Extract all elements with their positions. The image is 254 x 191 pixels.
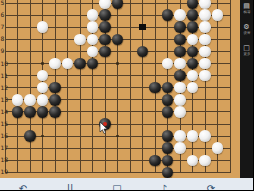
sidebar-item-settings[interactable]: ⚙ 设置	[240, 23, 254, 38]
black-stone	[187, 21, 199, 33]
black-stone	[37, 106, 49, 118]
row-coordinate-label: 5	[1, 0, 5, 6]
sidebar-item-label: 更多	[243, 52, 250, 56]
black-stone	[162, 167, 174, 179]
black-stone	[174, 70, 186, 82]
white-stone	[187, 70, 199, 82]
white-stone	[187, 34, 199, 46]
black-stone	[24, 130, 36, 142]
grid-line	[5, 172, 231, 173]
black-stone	[187, 9, 199, 21]
row-coordinate-label: 15	[1, 121, 9, 127]
white-stone	[37, 82, 49, 94]
grid-line	[5, 148, 231, 149]
right-sidebar: ▤ 棋谱 ⚙ 设置 □ 更多	[240, 0, 253, 178]
black-stone	[174, 34, 186, 46]
black-stone	[162, 82, 174, 94]
white-stone	[162, 58, 174, 70]
row-coordinate-label: 9	[1, 48, 5, 54]
white-stone	[212, 9, 224, 21]
black-stone	[99, 21, 111, 33]
white-stone	[199, 155, 211, 167]
black-stone	[187, 58, 199, 70]
black-stone	[137, 46, 149, 58]
undo-icon[interactable]: ↶	[19, 184, 27, 191]
white-stone	[87, 34, 99, 46]
go-board[interactable]: 5678910111213141516171819	[0, 0, 253, 178]
star-point	[116, 62, 119, 65]
white-stone	[24, 94, 36, 106]
white-stone	[37, 21, 49, 33]
sidebar-item-label: 设置	[243, 31, 250, 35]
sidebar-item-label: 棋谱	[243, 10, 250, 14]
white-stone	[199, 58, 211, 70]
white-stone	[87, 21, 99, 33]
white-stone	[187, 130, 199, 142]
row-coordinate-label: 14	[1, 109, 9, 115]
black-stone	[12, 106, 24, 118]
black-stone	[149, 82, 161, 94]
row-coordinate-label: 7	[1, 24, 5, 30]
white-stone	[199, 34, 211, 46]
row-coordinate-label: 18	[1, 157, 9, 163]
black-stone	[49, 82, 61, 94]
black-stone	[162, 130, 174, 142]
black-stone	[99, 46, 111, 58]
white-stone	[174, 142, 186, 154]
black-stone	[162, 155, 174, 167]
white-stone	[37, 70, 49, 82]
white-stone	[187, 82, 199, 94]
star-point	[41, 62, 44, 65]
white-stone	[87, 46, 99, 58]
white-stone	[74, 34, 86, 46]
black-stone	[99, 9, 111, 21]
black-stone	[49, 94, 61, 106]
black-stone	[187, 46, 199, 58]
black-stone	[162, 94, 174, 106]
grid-line	[5, 124, 231, 125]
white-stone	[62, 58, 74, 70]
black-stone	[174, 46, 186, 58]
black-stone	[112, 0, 124, 9]
row-coordinate-label: 16	[1, 133, 9, 139]
white-stone	[199, 46, 211, 58]
note-icon[interactable]: ♪	[161, 184, 167, 191]
row-coordinate-label: 13	[1, 97, 9, 103]
black-stone	[162, 9, 174, 21]
white-stone	[199, 0, 211, 9]
row-coordinate-label: 6	[1, 12, 5, 18]
white-stone	[212, 142, 224, 154]
black-stone	[99, 34, 111, 46]
white-stone	[187, 155, 199, 167]
white-stone	[87, 9, 99, 21]
black-stone	[187, 0, 199, 9]
black-stone	[174, 21, 186, 33]
white-stone	[199, 21, 211, 33]
bars-icon[interactable]: ||	[67, 184, 74, 191]
square-icon[interactable]: □	[112, 184, 121, 191]
rotate-icon[interactable]: ⟳	[207, 184, 215, 191]
black-stone	[112, 34, 124, 46]
square-marker	[139, 24, 146, 31]
bottom-toolbar: ↶ || □ ♪ ⟳	[0, 178, 253, 190]
white-stone	[49, 58, 61, 70]
row-coordinate-label: 17	[1, 145, 9, 151]
row-coordinate-label: 8	[1, 36, 5, 42]
sidebar-item-kifu[interactable]: ▤ 棋谱	[240, 2, 254, 17]
white-stone	[174, 82, 186, 94]
row-coordinate-label: 10	[1, 61, 9, 67]
white-stone	[174, 94, 186, 106]
black-stone	[49, 106, 61, 118]
white-stone	[199, 130, 211, 142]
black-stone	[162, 106, 174, 118]
white-stone	[199, 70, 211, 82]
black-stone	[74, 58, 86, 70]
white-stone	[174, 9, 186, 21]
white-stone	[174, 130, 186, 142]
black-stone	[24, 106, 36, 118]
white-stone	[37, 94, 49, 106]
white-stone	[174, 106, 186, 118]
black-stone	[149, 155, 161, 167]
sidebar-item-more[interactable]: □ 更多	[240, 44, 254, 59]
white-stone	[99, 0, 111, 9]
row-coordinate-label: 12	[1, 85, 9, 91]
white-stone	[174, 58, 186, 70]
white-stone	[199, 9, 211, 21]
row-coordinate-label: 11	[1, 73, 9, 79]
row-coordinate-label: 19	[1, 169, 9, 175]
black-stone	[87, 58, 99, 70]
white-stone	[12, 94, 24, 106]
mouse-cursor	[99, 122, 109, 135]
go-app-screen: 5678910111213141516171819 ▤ 棋谱 ⚙ 设置 □ 更多…	[0, 0, 253, 190]
black-stone	[162, 142, 174, 154]
